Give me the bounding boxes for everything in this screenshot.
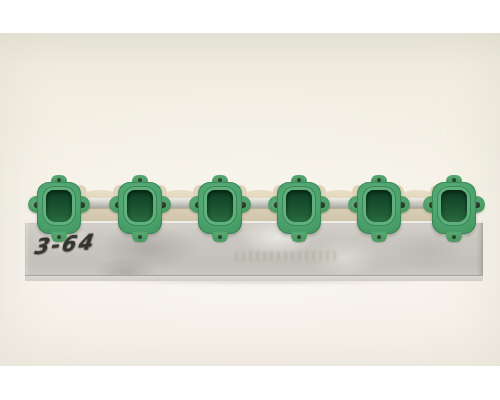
port-opening (207, 190, 233, 222)
bolt-hole-icon (297, 235, 301, 239)
bolt-hole-icon (377, 235, 381, 239)
bottom-bolt-tab (371, 232, 387, 242)
bolt-hole-icon (57, 235, 61, 239)
bottom-bolt-tab (212, 232, 228, 242)
port-flange-3 (188, 174, 252, 243)
port-flange-1 (27, 174, 91, 243)
port-opening (286, 190, 312, 222)
product-photo: 3-64 (0, 33, 500, 366)
bolt-hole-icon (138, 235, 142, 239)
port-flange-2 (108, 174, 172, 243)
port-opening (366, 190, 392, 222)
manifold-body: 3-64 (25, 221, 483, 281)
bottom-bolt-tab (446, 232, 462, 242)
bottom-bolt-tab (51, 232, 67, 242)
port-flange-6 (422, 174, 486, 243)
port-flange-5 (347, 174, 411, 243)
port-opening (127, 190, 153, 222)
photo-frame: 3-64 (0, 0, 500, 400)
bolt-hole-icon (452, 235, 456, 239)
faint-stamp (235, 250, 340, 261)
bottom-bolt-tab (291, 232, 307, 242)
bolt-hole-icon (218, 235, 222, 239)
bottom-bolt-tab (132, 232, 148, 242)
port-opening (46, 190, 72, 222)
port-flange-4 (267, 174, 331, 243)
port-opening (441, 190, 467, 222)
